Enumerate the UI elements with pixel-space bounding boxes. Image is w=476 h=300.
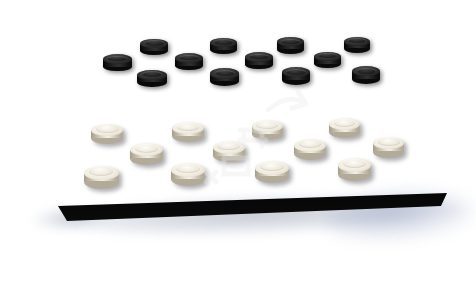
rank-label: 7 (77, 59, 98, 75)
file-label: G (306, 36, 340, 41)
white-piece-b2[interactable] (130, 143, 163, 165)
rank-label: 4 (396, 104, 421, 122)
square-c5[interactable] (170, 90, 208, 108)
square-d5[interactable] (208, 89, 246, 107)
piece-cap (96, 125, 119, 133)
piece-cap (215, 70, 235, 76)
piece-cap (260, 163, 283, 171)
piece-cap (378, 138, 400, 146)
pieces-layer (0, 0, 476, 300)
file-label: E (253, 188, 297, 202)
hinge-right (412, 99, 424, 106)
rank-label: 8 (374, 41, 395, 56)
rank-label: 3 (62, 129, 87, 150)
rank-label: 1 (52, 171, 79, 195)
file-label: C (173, 37, 207, 42)
file-label: E (240, 36, 274, 41)
square-h4[interactable] (357, 104, 399, 123)
cast-shadow (54, 191, 455, 241)
hinge-left (59, 106, 70, 114)
file-label: C (166, 191, 210, 206)
file-labels-near: ABCDEFGH (76, 184, 425, 209)
fold-seam (67, 102, 417, 111)
white-piece-a3[interactable] (91, 124, 124, 145)
piece-cap (135, 145, 158, 153)
square-d4[interactable] (208, 107, 247, 126)
white-piece-d2[interactable] (213, 141, 246, 162)
square-c6[interactable] (171, 74, 208, 91)
white-piece-c3[interactable] (172, 122, 204, 142)
black-piece-b6[interactable] (137, 70, 166, 88)
white-piece-f2[interactable] (294, 139, 326, 160)
rank-label: 6 (385, 71, 408, 87)
black-piece-b8[interactable] (140, 39, 168, 55)
cast-shadow-left (29, 203, 110, 233)
black-piece-g7[interactable] (314, 52, 341, 69)
square-a5[interactable] (93, 91, 134, 110)
cast-shadow-right (324, 189, 476, 243)
piece-cap (281, 39, 300, 44)
white-piece-e3[interactable] (252, 120, 283, 140)
black-piece-c7[interactable] (175, 53, 203, 70)
square-a6[interactable] (96, 75, 136, 92)
file-label: F (296, 187, 341, 201)
black-piece-f6[interactable] (282, 67, 310, 85)
rank-label: 6 (74, 75, 96, 92)
file-label: B (121, 192, 167, 207)
square-f4[interactable] (283, 105, 324, 124)
square-e6[interactable] (243, 72, 281, 89)
black-piece-d6[interactable] (210, 68, 239, 86)
white-piece-a1[interactable] (84, 166, 119, 189)
square-h1[interactable] (373, 162, 420, 185)
piece-cap (177, 124, 199, 131)
square-b5[interactable] (132, 91, 171, 109)
black-piece-d8[interactable] (210, 38, 237, 54)
rank-label: 2 (57, 150, 83, 172)
piece-cap (214, 39, 233, 44)
square-f5[interactable] (281, 88, 321, 106)
square-f1[interactable] (292, 164, 337, 188)
black-piece-h8[interactable] (344, 37, 370, 53)
square-b4[interactable] (130, 108, 171, 128)
rank-label: 5 (390, 87, 414, 104)
white-piece-h2[interactable] (373, 137, 404, 158)
white-piece-g3[interactable] (329, 118, 360, 138)
black-piece-h6[interactable] (352, 66, 380, 83)
rank-label: 3 (402, 122, 428, 142)
photo-scene: Checkers (Draughts) ABCDEFGH ABCDEFGH 87… (0, 0, 476, 300)
rank-label: 5 (70, 92, 93, 110)
rank-label: 2 (409, 141, 436, 162)
white-piece-e1[interactable] (255, 161, 288, 183)
piece-cap (286, 69, 306, 75)
piece-cap (357, 68, 376, 74)
square-e5[interactable] (245, 89, 284, 107)
square-d1[interactable] (210, 166, 254, 190)
white-piece-g1[interactable] (338, 158, 371, 180)
black-piece-e7[interactable] (245, 52, 273, 69)
file-label: A (76, 194, 123, 209)
piece-cap (256, 122, 278, 129)
black-piece-a7[interactable] (103, 54, 132, 71)
white-piece-c1[interactable] (171, 163, 205, 186)
square-b1[interactable] (123, 169, 168, 193)
black-piece-f8[interactable] (277, 37, 304, 53)
rank-label: 1 (416, 161, 444, 183)
rank-label: 4 (66, 110, 90, 130)
square-h5[interactable] (352, 87, 393, 105)
file-label: G (338, 185, 383, 199)
rank-label: 8 (81, 44, 102, 59)
file-label: A (104, 38, 139, 43)
square-g5[interactable] (317, 88, 357, 106)
rank-labels-right: 87654321 (374, 41, 443, 183)
square-g6[interactable] (313, 71, 352, 88)
piece-cap (145, 40, 164, 46)
file-label: D (210, 189, 254, 204)
rank-label: 7 (379, 55, 401, 70)
file-label: H (379, 184, 424, 198)
